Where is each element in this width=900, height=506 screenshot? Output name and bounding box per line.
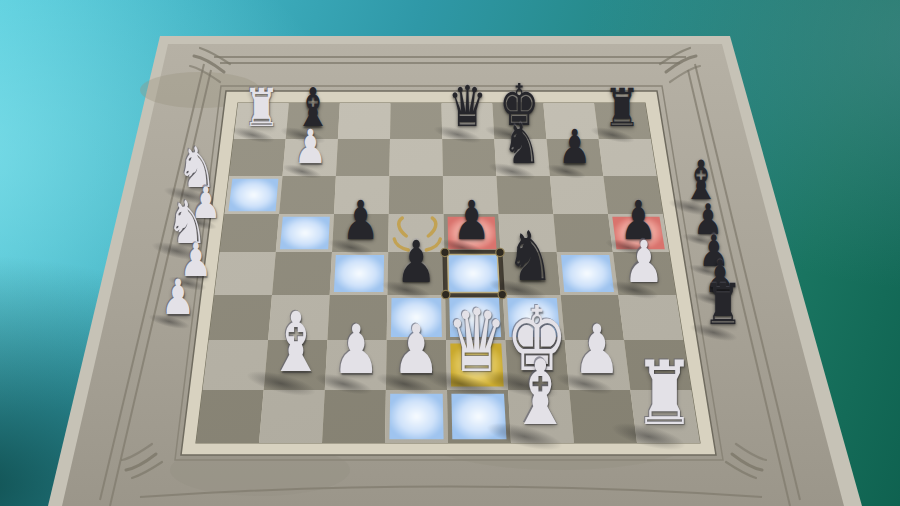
piece-white-pawn-g2[interactable]: ♟ — [573, 317, 621, 385]
piece-white-bishop-f1[interactable]: ♝ — [509, 348, 572, 438]
piece-black-queen-e8[interactable]: ♛ — [448, 79, 487, 135]
piece-white-pawn-c2[interactable]: ♟ — [332, 317, 380, 385]
piece-black-pawn-g7[interactable]: ♟ — [558, 125, 591, 172]
chess-game-scene: ♜♝♛♚♜♟♞♟♟♟♟♟♞♟♝♟♟♛♚♟♝♜♞♟♞♟♟♝♟♟♟♜ — [0, 0, 900, 506]
piece-white-bishop-b2[interactable]: ♝ — [267, 302, 325, 385]
captured-black-rook-4: ♜ — [703, 277, 742, 333]
piece-white-rook-a8[interactable]: ♜ — [243, 83, 280, 135]
piece-black-pawn-d4[interactable]: ♟ — [396, 233, 437, 291]
piece-white-rook-h1[interactable]: ♜ — [634, 350, 696, 438]
piece-black-pawn-e5[interactable]: ♟ — [453, 194, 491, 248]
piece-black-knight-f7[interactable]: ♞ — [502, 117, 541, 172]
piece-black-knight-f4[interactable]: ♞ — [506, 222, 554, 290]
piece-black-rook-h8[interactable]: ♜ — [604, 83, 641, 135]
piece-white-pawn-b7[interactable]: ♟ — [294, 125, 327, 172]
piece-white-pawn-h4[interactable]: ♟ — [624, 233, 665, 291]
piece-white-queen-e2[interactable]: ♛ — [446, 298, 507, 385]
piece-black-pawn-c5[interactable]: ♟ — [342, 194, 380, 248]
captured-white-pawn-4: ♟ — [161, 273, 195, 322]
piece-white-pawn-d2[interactable]: ♟ — [393, 317, 441, 385]
